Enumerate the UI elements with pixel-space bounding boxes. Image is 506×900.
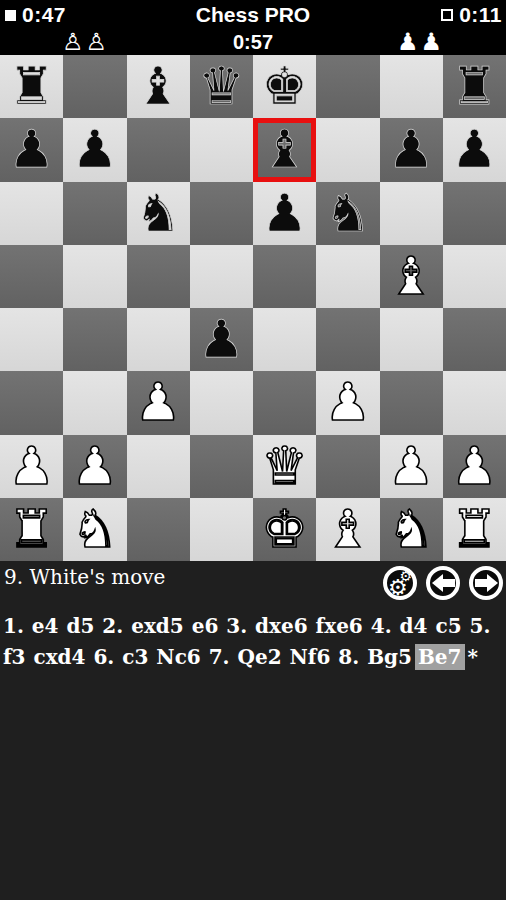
black-pawn: ♟ [388, 118, 435, 181]
square-h2[interactable]: ♟ [443, 435, 506, 498]
square-c5[interactable] [127, 245, 190, 308]
left-clock: 0:47 [0, 3, 66, 27]
square-f8[interactable] [316, 55, 379, 118]
square-g1[interactable]: ♞ [380, 498, 443, 561]
black-king: ♚ [261, 55, 308, 118]
square-b3[interactable] [63, 371, 126, 434]
settings-button[interactable]: ⚙⚙ [383, 566, 417, 600]
white-pawn-icon: ♙ [62, 30, 84, 55]
square-h7[interactable]: ♟ [443, 118, 506, 181]
square-d1[interactable] [190, 498, 253, 561]
square-f3[interactable]: ♟ [316, 371, 379, 434]
square-c6[interactable]: ♞ [127, 182, 190, 245]
square-g7[interactable]: ♟ [380, 118, 443, 181]
square-h1[interactable]: ♜ [443, 498, 506, 561]
white-knight: ♞ [72, 498, 119, 561]
square-a2[interactable]: ♟ [0, 435, 63, 498]
square-b2[interactable]: ♟ [63, 435, 126, 498]
black-pawn-icon: ♟ [420, 30, 442, 55]
chess-app: 0:47 0:11 Chess PRO 0:57 ♙♙ ♟♟ ♜♝♛♚♜♟♟♝♟… [0, 0, 506, 900]
square-a6[interactable] [0, 182, 63, 245]
black-pawn-icon: ♟ [397, 30, 419, 55]
square-e7[interactable]: ♝ [253, 118, 316, 181]
square-a8[interactable]: ♜ [0, 55, 63, 118]
top-bar: 0:47 0:11 [0, 0, 506, 30]
right-clock-time: 0:11 [459, 3, 502, 27]
square-f1[interactable]: ♝ [316, 498, 379, 561]
current-move: Be7 [415, 644, 465, 670]
square-a5[interactable] [0, 245, 63, 308]
white-pawn-icon: ♙ [86, 30, 108, 55]
white-bishop: ♝ [325, 498, 372, 561]
captured-black-tray: ♟♟ [397, 30, 442, 55]
square-e3[interactable] [253, 371, 316, 434]
square-c3[interactable]: ♟ [127, 371, 190, 434]
square-d5[interactable] [190, 245, 253, 308]
captured-white-tray: ♙♙ [62, 30, 107, 55]
black-player-square-icon [5, 10, 16, 21]
square-d6[interactable] [190, 182, 253, 245]
square-h4[interactable] [443, 308, 506, 371]
square-a4[interactable] [0, 308, 63, 371]
square-g8[interactable] [380, 55, 443, 118]
square-b7[interactable]: ♟ [63, 118, 126, 181]
white-pawn: ♟ [135, 371, 182, 434]
white-pawn: ♟ [325, 371, 372, 434]
white-pawn: ♟ [72, 435, 119, 498]
square-e8[interactable]: ♚ [253, 55, 316, 118]
black-bishop: ♝ [135, 55, 182, 118]
chess-board: ♜♝♛♚♜♟♟♝♟♟♞♟♞♝♟♟♟♟♟♛♟♟♜♞♚♝♞♜ [0, 55, 506, 561]
white-rook: ♜ [451, 498, 498, 561]
white-queen: ♛ [261, 435, 308, 498]
forward-arrow-icon [475, 574, 498, 592]
white-player-square-icon [441, 9, 453, 21]
square-h3[interactable] [443, 371, 506, 434]
move-list: 1. e4 d5 2. exd5 e6 3. dxe6 fxe6 4. d4 c… [3, 611, 503, 673]
black-pawn: ♟ [72, 118, 119, 181]
black-queen: ♛ [198, 55, 245, 118]
white-pawn: ♟ [8, 435, 55, 498]
square-d2[interactable] [190, 435, 253, 498]
black-rook: ♜ [451, 55, 498, 118]
black-pawn: ♟ [261, 182, 308, 245]
white-knight: ♞ [388, 498, 435, 561]
square-f4[interactable] [316, 308, 379, 371]
black-pawn: ♟ [198, 308, 245, 371]
square-h5[interactable] [443, 245, 506, 308]
square-e1[interactable]: ♚ [253, 498, 316, 561]
square-g6[interactable] [380, 182, 443, 245]
back-button[interactable] [426, 566, 460, 600]
square-d3[interactable] [190, 371, 253, 434]
square-b1[interactable]: ♞ [63, 498, 126, 561]
square-c4[interactable] [127, 308, 190, 371]
square-d7[interactable] [190, 118, 253, 181]
settings-gears-icon: ⚙⚙ [387, 570, 413, 596]
right-clock: 0:11 [441, 3, 506, 27]
square-b8[interactable] [63, 55, 126, 118]
square-g2[interactable]: ♟ [380, 435, 443, 498]
square-h6[interactable] [443, 182, 506, 245]
square-b5[interactable] [63, 245, 126, 308]
square-g5[interactable]: ♝ [380, 245, 443, 308]
square-d8[interactable]: ♛ [190, 55, 253, 118]
square-h8[interactable]: ♜ [443, 55, 506, 118]
square-e5[interactable] [253, 245, 316, 308]
black-rook: ♜ [8, 55, 55, 118]
square-b6[interactable] [63, 182, 126, 245]
square-f7[interactable] [316, 118, 379, 181]
square-a3[interactable] [0, 371, 63, 434]
square-e2[interactable]: ♛ [253, 435, 316, 498]
black-pawn: ♟ [451, 118, 498, 181]
square-f6[interactable]: ♞ [316, 182, 379, 245]
sub-bar: 0:57 ♙♙ ♟♟ [0, 30, 506, 55]
white-pawn: ♟ [451, 435, 498, 498]
square-e4[interactable] [253, 308, 316, 371]
white-pawn: ♟ [388, 435, 435, 498]
square-f2[interactable] [316, 435, 379, 498]
left-clock-time: 0:47 [22, 3, 66, 27]
square-b4[interactable] [63, 308, 126, 371]
move-status-text: 9. White's move [4, 565, 165, 589]
square-c1[interactable] [127, 498, 190, 561]
white-bishop: ♝ [388, 245, 435, 308]
forward-button[interactable] [469, 566, 503, 600]
square-g4[interactable] [380, 308, 443, 371]
square-g3[interactable] [380, 371, 443, 434]
square-a7[interactable]: ♟ [0, 118, 63, 181]
black-pawn: ♟ [8, 118, 55, 181]
bottom-panel: 9. White's move ⚙⚙ 1. e4 d5 2. exd5 e6 3… [0, 561, 506, 900]
square-d4[interactable]: ♟ [190, 308, 253, 371]
white-rook: ♜ [8, 498, 55, 561]
square-a1[interactable]: ♜ [0, 498, 63, 561]
control-buttons: ⚙⚙ [383, 566, 503, 600]
white-king: ♚ [261, 498, 308, 561]
black-bishop: ♝ [261, 118, 308, 181]
back-arrow-icon [432, 574, 455, 592]
square-c7[interactable] [127, 118, 190, 181]
result-marker: * [468, 645, 478, 669]
black-knight: ♞ [325, 182, 372, 245]
square-c2[interactable] [127, 435, 190, 498]
square-f5[interactable] [316, 245, 379, 308]
square-c8[interactable]: ♝ [127, 55, 190, 118]
square-e6[interactable]: ♟ [253, 182, 316, 245]
black-knight: ♞ [135, 182, 182, 245]
